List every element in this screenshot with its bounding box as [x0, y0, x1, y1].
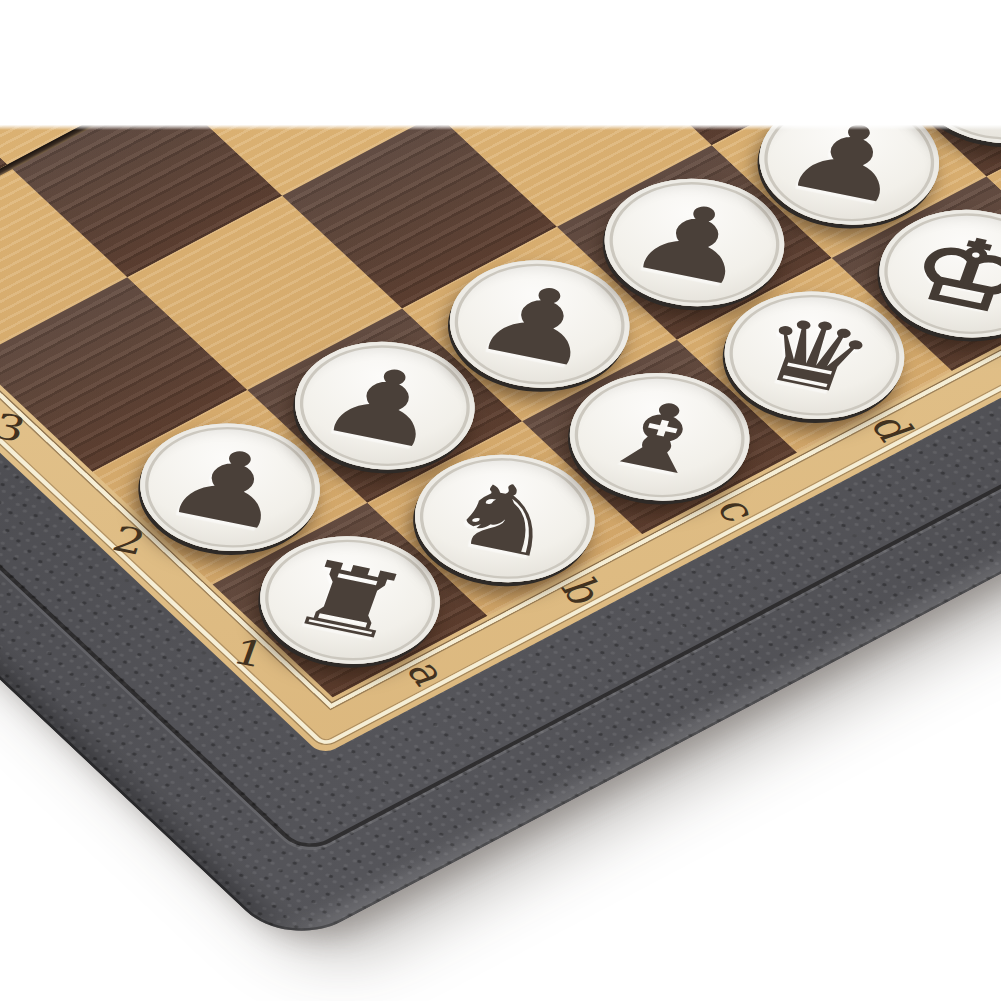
board-frame: ♟♟♟♟♟♟♜♞♝♛♔♝ 12345678abcdefgh — [0, 125, 1001, 950]
file-label-c: c — [709, 488, 766, 532]
file-label-a: a — [399, 651, 457, 696]
black-knight-glyph: ♞ — [434, 464, 576, 573]
black-pawn-glyph: ♟ — [154, 428, 307, 546]
rank-label-1: 1 — [220, 630, 280, 676]
black-bishop-glyph: ♝ — [589, 382, 731, 491]
file-label-d: d — [863, 406, 923, 452]
black-pawn-glyph: ♟ — [773, 125, 926, 220]
photo-canvas: ♟♟♟♟♟♟♜♞♝♛♔♝ 12345678abcdefgh — [0, 0, 1001, 1001]
black-rook-glyph: ♜ — [279, 545, 421, 654]
file-label-b: b — [553, 569, 613, 615]
black-pawn-glyph: ♟ — [618, 184, 771, 302]
black-pawn-glyph: ♟ — [463, 265, 616, 383]
black-queen-glyph: ♛ — [743, 301, 885, 410]
chess-board: ♟♟♟♟♟♟♜♞♝♛♔♝ 12345678abcdefgh — [0, 125, 1001, 950]
board-border: ♟♟♟♟♟♟♜♞♝♛♔♝ 12345678abcdefgh — [0, 125, 1001, 756]
black-king-glyph: ♔ — [898, 219, 1001, 328]
board-clip: ♟♟♟♟♟♟♜♞♝♛♔♝ 12345678abcdefgh — [0, 125, 1001, 1001]
board-grid: ♟♟♟♟♟♟♜♞♝♛♔♝ — [0, 125, 1001, 697]
black-pawn-glyph: ♟ — [308, 347, 461, 465]
rank-label-2: 2 — [100, 517, 160, 563]
